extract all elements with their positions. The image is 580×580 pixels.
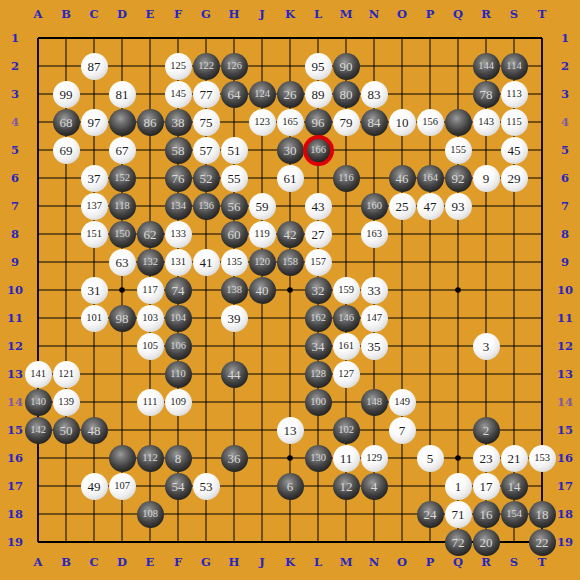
stone-black-H7-move-56: 56 [221, 193, 248, 220]
move-number: 21 [508, 452, 521, 465]
move-number: 119 [254, 229, 269, 240]
goban[interactable]: AABBCCDDEEFFGGHHJJKKLLMMNNOOPPQQRRSSTT11… [0, 0, 580, 580]
stone-white-E10-move-117: 117 [137, 277, 164, 304]
move-number: 22 [536, 536, 549, 549]
move-number: 131 [170, 257, 186, 268]
move-number: 31 [88, 284, 101, 297]
stone-black-S18-move-154: 154 [501, 501, 528, 528]
stone-black-Q19-move-72: 72 [445, 529, 472, 556]
row-label-right-18: 18 [557, 507, 573, 521]
move-number: 98 [116, 312, 129, 325]
stone-white-L9-move-157: 157 [305, 249, 332, 276]
stone-white-G4-move-75: 75 [193, 109, 220, 136]
stone-black-S2-move-114: 114 [501, 53, 528, 80]
stone-white-D3-move-81: 81 [109, 81, 136, 108]
row-label-right-16: 16 [557, 451, 573, 465]
stone-white-N3-move-83: 83 [361, 81, 388, 108]
column-label-bottom-K: K [285, 555, 295, 569]
stone-white-N16-move-129: 129 [361, 445, 388, 472]
move-number: 158 [282, 257, 298, 268]
column-label-top-D: D [117, 7, 127, 21]
move-number: 42 [284, 228, 297, 241]
stone-white-J4-move-123: 123 [249, 109, 276, 136]
move-number: 8 [175, 452, 182, 465]
move-number: 84 [368, 116, 381, 129]
column-label-bottom-B: B [61, 555, 71, 569]
stone-black-M15-move-102: 102 [333, 417, 360, 444]
stone-black-P6-move-164: 164 [417, 165, 444, 192]
move-number: 117 [142, 285, 157, 296]
move-number: 165 [282, 117, 298, 128]
row-label-left-7: 7 [11, 199, 19, 213]
column-label-top-K: K [285, 7, 295, 21]
column-label-top-G: G [201, 7, 211, 21]
stone-black-D7-move-118: 118 [109, 193, 136, 220]
stone-black-N14-move-148: 148 [361, 389, 388, 416]
stone-white-N11-move-147: 147 [361, 305, 388, 332]
move-number: 123 [254, 117, 270, 128]
move-number: 161 [338, 341, 354, 352]
stone-black-K5-move-30: 30 [277, 137, 304, 164]
stone-black-R15-move-2: 2 [473, 417, 500, 444]
move-number: 38 [172, 116, 185, 129]
stone-black-L12-move-34: 34 [305, 333, 332, 360]
star-point [287, 287, 293, 293]
move-number: 1 [455, 480, 462, 493]
stone-white-R12-move-3: 3 [473, 333, 500, 360]
stone-black-G6-move-52: 52 [193, 165, 220, 192]
move-number: 151 [86, 229, 102, 240]
column-label-bottom-L: L [314, 555, 322, 569]
column-label-bottom-T: T [538, 555, 547, 569]
column-label-bottom-E: E [146, 555, 155, 569]
move-number: 14 [508, 480, 521, 493]
stone-black-G2-move-122: 122 [193, 53, 220, 80]
move-number: 52 [200, 172, 213, 185]
stone-white-S4-move-115: 115 [501, 109, 528, 136]
move-number: 11 [340, 452, 353, 465]
stone-black-C15-move-48: 48 [81, 417, 108, 444]
move-number: 64 [228, 88, 241, 101]
move-number: 67 [116, 144, 129, 157]
stone-white-H9-move-135: 135 [221, 249, 248, 276]
stone-white-P4-move-156: 156 [417, 109, 444, 136]
stone-black-K9-move-158: 158 [277, 249, 304, 276]
move-number: 152 [114, 173, 130, 184]
move-number: 124 [254, 89, 270, 100]
column-label-bottom-J: J [259, 555, 264, 569]
stone-white-L7-move-43: 43 [305, 193, 332, 220]
stone-white-G9-move-41: 41 [193, 249, 220, 276]
column-label-bottom-P: P [426, 555, 435, 569]
stone-black-D4-handicap [109, 109, 136, 136]
column-label-bottom-M: M [340, 555, 353, 569]
stone-black-H8-move-60: 60 [221, 221, 248, 248]
stone-black-E16-move-112: 112 [137, 445, 164, 472]
stone-black-F4-move-38: 38 [165, 109, 192, 136]
stone-black-B15-move-50: 50 [53, 417, 80, 444]
stone-white-E12-move-105: 105 [137, 333, 164, 360]
move-number: 121 [58, 369, 74, 380]
move-number: 96 [312, 116, 325, 129]
stone-black-P18-move-24: 24 [417, 501, 444, 528]
stone-black-E9-move-132: 132 [137, 249, 164, 276]
move-number: 128 [310, 369, 326, 380]
row-label-right-13: 13 [557, 367, 573, 381]
stone-black-N4-move-84: 84 [361, 109, 388, 136]
move-number: 20 [480, 536, 493, 549]
move-number: 93 [452, 200, 465, 213]
row-label-right-11: 11 [557, 311, 573, 325]
move-number: 90 [340, 60, 353, 73]
move-number: 54 [172, 480, 185, 493]
move-number: 58 [172, 144, 185, 157]
move-number: 72 [452, 536, 465, 549]
stone-black-G7-move-136: 136 [193, 193, 220, 220]
stone-black-J10-move-40: 40 [249, 277, 276, 304]
stone-white-A13-move-141: 141 [25, 361, 52, 388]
move-number: 145 [170, 89, 186, 100]
move-number: 29 [508, 172, 521, 185]
move-number: 92 [452, 172, 465, 185]
stone-black-R2-move-144: 144 [473, 53, 500, 80]
stone-white-S3-move-113: 113 [501, 81, 528, 108]
column-label-bottom-F: F [174, 555, 182, 569]
stone-black-T18-move-18: 18 [529, 501, 556, 528]
row-label-left-17: 17 [7, 479, 23, 493]
stone-white-C10-move-31: 31 [81, 277, 108, 304]
stone-black-L14-move-100: 100 [305, 389, 332, 416]
move-number: 164 [422, 173, 438, 184]
move-number: 76 [172, 172, 185, 185]
move-number: 74 [172, 284, 185, 297]
stone-black-A15-move-142: 142 [25, 417, 52, 444]
stone-white-N12-move-35: 35 [361, 333, 388, 360]
move-number: 104 [170, 313, 186, 324]
stone-white-E14-move-111: 111 [137, 389, 164, 416]
move-number: 137 [86, 201, 102, 212]
star-point [455, 287, 461, 293]
move-number: 12 [340, 480, 353, 493]
move-number: 110 [170, 369, 185, 380]
stone-white-B13-move-121: 121 [53, 361, 80, 388]
column-label-top-A: A [34, 7, 43, 21]
column-label-top-C: C [89, 7, 98, 21]
column-label-top-B: B [61, 7, 71, 21]
stone-black-R18-move-16: 16 [473, 501, 500, 528]
move-number: 141 [30, 369, 46, 380]
row-label-left-6: 6 [11, 171, 19, 185]
stone-white-K6-move-61: 61 [277, 165, 304, 192]
stone-black-T19-move-22: 22 [529, 529, 556, 556]
move-number: 25 [396, 200, 409, 213]
stone-white-H11-move-39: 39 [221, 305, 248, 332]
column-label-bottom-G: G [201, 555, 211, 569]
move-number: 6 [287, 480, 294, 493]
stone-black-K8-move-42: 42 [277, 221, 304, 248]
column-label-bottom-N: N [369, 555, 380, 569]
move-number: 57 [200, 144, 213, 157]
row-label-right-15: 15 [557, 423, 573, 437]
move-number: 101 [86, 313, 102, 324]
move-number: 144 [478, 61, 494, 72]
stone-white-C4-move-97: 97 [81, 109, 108, 136]
row-label-right-1: 1 [561, 31, 569, 45]
move-number: 43 [312, 200, 325, 213]
stone-white-R17-move-17: 17 [473, 473, 500, 500]
stone-white-M10-move-159: 159 [333, 277, 360, 304]
row-label-left-4: 4 [11, 115, 19, 129]
stone-black-J9-move-120: 120 [249, 249, 276, 276]
move-number: 122 [198, 61, 214, 72]
stone-black-M3-move-80: 80 [333, 81, 360, 108]
stone-black-M6-move-116: 116 [333, 165, 360, 192]
move-number: 24 [424, 508, 437, 521]
move-number: 26 [284, 88, 297, 101]
row-label-left-11: 11 [7, 311, 23, 325]
column-label-bottom-Q: Q [453, 555, 463, 569]
move-number: 27 [312, 228, 325, 241]
move-number: 33 [368, 284, 381, 297]
stone-black-M17-move-12: 12 [333, 473, 360, 500]
column-label-bottom-S: S [510, 555, 518, 569]
move-number: 75 [200, 116, 213, 129]
move-number: 107 [114, 481, 130, 492]
move-number: 108 [142, 509, 158, 520]
move-number: 155 [450, 145, 466, 156]
stone-white-M12-move-161: 161 [333, 333, 360, 360]
move-number: 148 [366, 397, 382, 408]
stone-white-Q7-move-93: 93 [445, 193, 472, 220]
stone-black-B4-move-68: 68 [53, 109, 80, 136]
move-number: 106 [170, 341, 186, 352]
move-number: 51 [228, 144, 241, 157]
column-label-top-T: T [538, 7, 547, 21]
move-number: 17 [480, 480, 493, 493]
row-label-right-8: 8 [561, 227, 569, 241]
stone-black-D6-move-152: 152 [109, 165, 136, 192]
row-label-right-7: 7 [561, 199, 569, 213]
move-number: 163 [366, 229, 382, 240]
stone-black-H16-move-36: 36 [221, 445, 248, 472]
stone-black-F6-move-76: 76 [165, 165, 192, 192]
move-number: 156 [422, 117, 438, 128]
stone-white-O14-move-149: 149 [389, 389, 416, 416]
move-number: 157 [310, 257, 326, 268]
column-label-top-O: O [397, 7, 407, 21]
stone-black-J3-move-124: 124 [249, 81, 276, 108]
move-number: 55 [228, 172, 241, 185]
move-number: 162 [310, 313, 326, 324]
row-label-right-5: 5 [561, 143, 569, 157]
move-number: 81 [116, 88, 129, 101]
row-label-right-14: 14 [557, 395, 573, 409]
stone-white-G5-move-57: 57 [193, 137, 220, 164]
move-number: 109 [170, 397, 186, 408]
stone-black-O6-move-46: 46 [389, 165, 416, 192]
move-number: 10 [396, 116, 409, 129]
move-number: 83 [368, 88, 381, 101]
stone-white-L3-move-89: 89 [305, 81, 332, 108]
column-label-bottom-H: H [229, 555, 240, 569]
column-label-top-Q: Q [453, 7, 463, 21]
move-number: 50 [60, 424, 73, 437]
move-number: 116 [338, 173, 353, 184]
stone-black-M2-move-90: 90 [333, 53, 360, 80]
stone-white-F8-move-133: 133 [165, 221, 192, 248]
stone-white-R6-move-9: 9 [473, 165, 500, 192]
move-number: 160 [366, 201, 382, 212]
move-number: 62 [144, 228, 157, 241]
column-label-top-J: J [259, 7, 264, 21]
move-number: 136 [198, 201, 214, 212]
row-label-right-2: 2 [561, 59, 569, 73]
move-number: 127 [338, 369, 354, 380]
stone-black-A14-move-140: 140 [25, 389, 52, 416]
stone-white-B14-move-139: 139 [53, 389, 80, 416]
move-number: 132 [142, 257, 158, 268]
stone-white-B5-move-69: 69 [53, 137, 80, 164]
stone-black-Q6-move-92: 92 [445, 165, 472, 192]
move-number: 87 [88, 60, 101, 73]
stone-white-H6-move-55: 55 [221, 165, 248, 192]
stone-white-L2-move-95: 95 [305, 53, 332, 80]
move-number: 143 [478, 117, 494, 128]
move-number: 133 [170, 229, 186, 240]
stone-black-E18-move-108: 108 [137, 501, 164, 528]
move-number: 36 [228, 452, 241, 465]
column-label-top-R: R [481, 7, 491, 21]
move-number: 99 [60, 88, 73, 101]
stone-white-O15-move-7: 7 [389, 417, 416, 444]
stone-black-L11-move-162: 162 [305, 305, 332, 332]
stone-black-F12-move-106: 106 [165, 333, 192, 360]
stone-white-C17-move-49: 49 [81, 473, 108, 500]
move-number: 147 [366, 313, 382, 324]
move-number: 114 [506, 61, 521, 72]
move-number: 5 [427, 452, 434, 465]
move-number: 60 [228, 228, 241, 241]
move-number: 102 [338, 425, 354, 436]
stone-black-F7-move-134: 134 [165, 193, 192, 220]
stone-white-T16-move-153: 153 [529, 445, 556, 472]
move-number: 166 [310, 145, 326, 156]
stone-black-L13-move-128: 128 [305, 361, 332, 388]
stone-white-N10-move-33: 33 [361, 277, 388, 304]
move-number: 78 [480, 88, 493, 101]
stone-white-F3-move-145: 145 [165, 81, 192, 108]
row-label-left-1: 1 [11, 31, 19, 45]
move-number: 89 [312, 88, 325, 101]
row-label-left-16: 16 [7, 451, 23, 465]
move-number: 112 [142, 453, 157, 464]
stone-white-P7-move-47: 47 [417, 193, 444, 220]
stone-black-F10-move-74: 74 [165, 277, 192, 304]
stone-white-O4-move-10: 10 [389, 109, 416, 136]
move-number: 3 [483, 340, 490, 353]
move-number: 130 [310, 453, 326, 464]
stone-black-D16-handicap [109, 445, 136, 472]
column-label-bottom-A: A [34, 555, 43, 569]
stone-black-H2-move-126: 126 [221, 53, 248, 80]
stone-white-K15-move-13: 13 [277, 417, 304, 444]
star-point [287, 455, 293, 461]
stone-black-D11-move-98: 98 [109, 305, 136, 332]
move-number: 32 [312, 284, 325, 297]
move-number: 44 [228, 368, 241, 381]
stone-white-C7-move-137: 137 [81, 193, 108, 220]
stone-white-O7-move-25: 25 [389, 193, 416, 220]
move-number: 159 [338, 285, 354, 296]
move-number: 34 [312, 340, 325, 353]
move-number: 79 [340, 116, 353, 129]
move-number: 138 [226, 285, 242, 296]
move-number: 120 [254, 257, 270, 268]
move-number: 49 [88, 480, 101, 493]
stone-white-C6-move-37: 37 [81, 165, 108, 192]
row-label-right-19: 19 [557, 535, 573, 549]
stone-white-K4-move-165: 165 [277, 109, 304, 136]
stone-white-M13-move-127: 127 [333, 361, 360, 388]
stone-black-R3-move-78: 78 [473, 81, 500, 108]
stone-white-P16-move-5: 5 [417, 445, 444, 472]
row-label-right-17: 17 [557, 479, 573, 493]
move-number: 56 [228, 200, 241, 213]
row-label-right-6: 6 [561, 171, 569, 185]
move-number: 40 [256, 284, 269, 297]
move-number: 18 [536, 508, 549, 521]
move-number: 9 [483, 172, 490, 185]
move-number: 37 [88, 172, 101, 185]
column-label-top-M: M [340, 7, 353, 21]
column-label-top-P: P [426, 7, 435, 21]
column-label-top-E: E [146, 7, 155, 21]
stone-white-S16-move-21: 21 [501, 445, 528, 472]
row-label-right-4: 4 [561, 115, 569, 129]
stone-white-D5-move-67: 67 [109, 137, 136, 164]
stone-black-K17-move-6: 6 [277, 473, 304, 500]
stone-white-Q5-move-155: 155 [445, 137, 472, 164]
stone-black-H3-move-64: 64 [221, 81, 248, 108]
move-number: 13 [284, 424, 297, 437]
move-number: 134 [170, 201, 186, 212]
stone-white-D17-move-107: 107 [109, 473, 136, 500]
move-number: 4 [371, 480, 378, 493]
column-label-bottom-O: O [397, 555, 407, 569]
stone-black-F13-move-110: 110 [165, 361, 192, 388]
move-number: 59 [256, 200, 269, 213]
stone-white-F14-move-109: 109 [165, 389, 192, 416]
row-label-left-5: 5 [11, 143, 19, 157]
row-label-left-8: 8 [11, 227, 19, 241]
stone-black-M11-move-146: 146 [333, 305, 360, 332]
move-number: 125 [170, 61, 186, 72]
move-number: 105 [142, 341, 158, 352]
move-number: 30 [284, 144, 297, 157]
move-number: 142 [30, 425, 46, 436]
move-number: 111 [143, 397, 158, 408]
star-point [455, 455, 461, 461]
stone-white-J8-move-119: 119 [249, 221, 276, 248]
stone-black-F16-move-8: 8 [165, 445, 192, 472]
stone-black-L4-move-96: 96 [305, 109, 332, 136]
stone-white-G17-move-53: 53 [193, 473, 220, 500]
move-number: 35 [368, 340, 381, 353]
row-label-left-2: 2 [11, 59, 19, 73]
stone-white-C11-move-101: 101 [81, 305, 108, 332]
column-label-bottom-C: C [89, 555, 98, 569]
stone-black-N7-move-160: 160 [361, 193, 388, 220]
